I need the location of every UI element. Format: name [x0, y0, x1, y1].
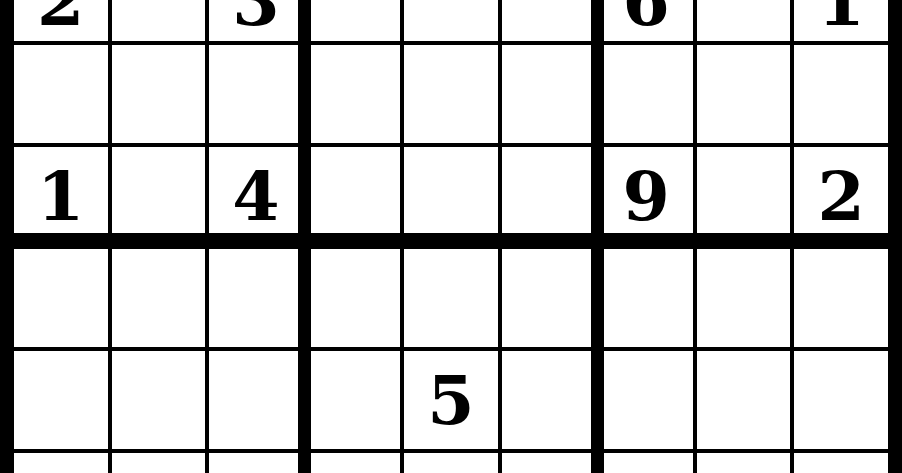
sudoku-board: 236114925: [0, 0, 902, 473]
cell-r1c9[interactable]: 1: [794, 0, 888, 41]
cell-r5c6[interactable]: [502, 351, 596, 449]
cell-r3c2[interactable]: [112, 147, 206, 245]
cell-r2c3[interactable]: [209, 45, 303, 143]
cell-r2c2[interactable]: [112, 45, 206, 143]
cell-r3c8[interactable]: [697, 147, 791, 245]
cell-r6c4[interactable]: [307, 453, 401, 473]
cell-r4c2[interactable]: [112, 249, 206, 347]
cell-r2c5[interactable]: [404, 45, 498, 143]
cell-r1c8[interactable]: [697, 0, 791, 41]
cell-r3c9[interactable]: 2: [794, 147, 888, 245]
cell-r2c1[interactable]: [14, 45, 108, 143]
cell-r1c6[interactable]: [502, 0, 596, 41]
cell-r3c5[interactable]: [404, 147, 498, 245]
cell-r3c7[interactable]: 9: [599, 147, 693, 245]
cell-r6c6[interactable]: [502, 453, 596, 473]
cell-r5c8[interactable]: [697, 351, 791, 449]
cell-r4c5[interactable]: [404, 249, 498, 347]
cell-r2c8[interactable]: [697, 45, 791, 143]
cell-r5c3[interactable]: [209, 351, 303, 449]
cell-r1c1[interactable]: 2: [14, 0, 108, 41]
cell-r6c7[interactable]: [599, 453, 693, 473]
cell-r6c2[interactable]: [112, 453, 206, 473]
cell-r6c5[interactable]: [404, 453, 498, 473]
cell-r2c6[interactable]: [502, 45, 596, 143]
cell-r1c7[interactable]: 6: [599, 0, 693, 41]
cell-r4c1[interactable]: [14, 249, 108, 347]
cell-r2c7[interactable]: [599, 45, 693, 143]
cell-r6c8[interactable]: [697, 453, 791, 473]
cell-r1c4[interactable]: [307, 0, 401, 41]
cell-r4c7[interactable]: [599, 249, 693, 347]
cell-r5c5[interactable]: 5: [404, 351, 498, 449]
cell-r5c7[interactable]: [599, 351, 693, 449]
cell-r3c4[interactable]: [307, 147, 401, 245]
cell-r1c2[interactable]: [112, 0, 206, 41]
sudoku-board-viewport: 236114925: [0, 0, 902, 473]
cell-r6c9[interactable]: [794, 453, 888, 473]
cell-r4c8[interactable]: [697, 249, 791, 347]
cell-r4c3[interactable]: [209, 249, 303, 347]
cell-r1c3[interactable]: 3: [209, 0, 303, 41]
cell-r5c4[interactable]: [307, 351, 401, 449]
cell-r1c5[interactable]: [404, 0, 498, 41]
cell-r3c6[interactable]: [502, 147, 596, 245]
cell-r2c4[interactable]: [307, 45, 401, 143]
cell-r5c1[interactable]: [14, 351, 108, 449]
cell-r6c1[interactable]: [14, 453, 108, 473]
cell-r6c3[interactable]: [209, 453, 303, 473]
cell-r3c1[interactable]: 1: [14, 147, 108, 245]
cell-r3c3[interactable]: 4: [209, 147, 303, 245]
cell-r5c2[interactable]: [112, 351, 206, 449]
cell-r4c6[interactable]: [502, 249, 596, 347]
cell-r4c9[interactable]: [794, 249, 888, 347]
cell-r4c4[interactable]: [307, 249, 401, 347]
box-divider-horizontal-top: [14, 233, 888, 246]
cell-r2c9[interactable]: [794, 45, 888, 143]
cell-r5c9[interactable]: [794, 351, 888, 449]
